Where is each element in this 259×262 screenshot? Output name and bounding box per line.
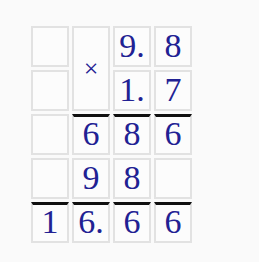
cell-r3c3: 8 <box>113 114 151 155</box>
cell-r4c4 <box>154 158 192 199</box>
cell-r1c1 <box>31 26 69 67</box>
cell-r4c2: 9 <box>72 158 110 199</box>
cell-r5c1: 1 <box>31 202 69 243</box>
cell-r1c4: 8 <box>154 26 192 67</box>
long-multiplication-grid: ×9.81.76869816.66 <box>31 26 192 243</box>
cell-r4c1 <box>31 158 69 199</box>
cell-r3c2: 6 <box>72 114 110 155</box>
cell-r1c3: 9. <box>113 26 151 67</box>
cell-r5c2: 6. <box>72 202 110 243</box>
cell-r5c3: 6 <box>113 202 151 243</box>
cell-r5c4: 6 <box>154 202 192 243</box>
cell-r2c1 <box>31 70 69 111</box>
cell-r2c3: 1. <box>113 70 151 111</box>
cell-r3c1 <box>31 114 69 155</box>
cell-r2c4: 7 <box>154 70 192 111</box>
multiply-operator-cell: × <box>72 26 110 111</box>
cell-r3c4: 6 <box>154 114 192 155</box>
cell-r4c3: 8 <box>113 158 151 199</box>
